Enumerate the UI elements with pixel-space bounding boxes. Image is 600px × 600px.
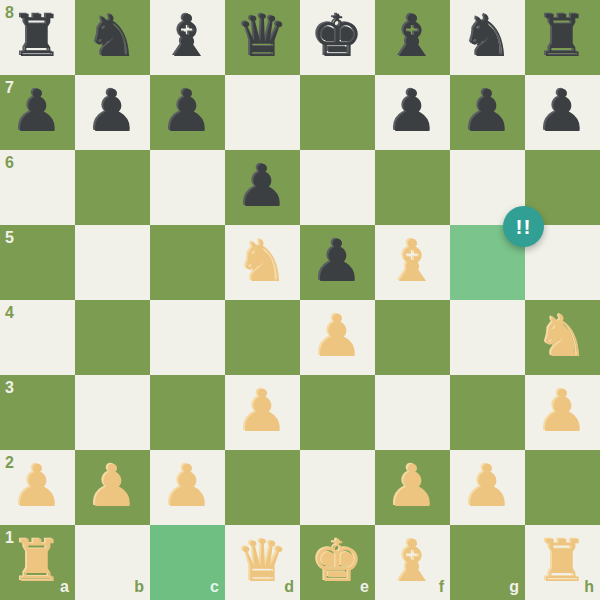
square-a6[interactable]: 6: [0, 150, 75, 225]
square-e8[interactable]: ♚: [300, 0, 375, 75]
square-c8[interactable]: ♝: [150, 0, 225, 75]
square-a5[interactable]: 5: [0, 225, 75, 300]
square-a8[interactable]: 8♜: [0, 0, 75, 75]
white-pawn-piece[interactable]: ♟: [150, 450, 225, 525]
black-king-piece[interactable]: ♚: [300, 0, 375, 75]
white-rook-piece[interactable]: ♜: [525, 525, 600, 600]
brilliant-move-badge: !!: [503, 206, 544, 247]
square-h2[interactable]: [525, 450, 600, 525]
square-g8[interactable]: ♞: [450, 0, 525, 75]
white-knight-piece[interactable]: ♞: [225, 225, 300, 300]
square-c4[interactable]: [150, 300, 225, 375]
file-label-b: b: [134, 579, 144, 595]
rank-label-6: 6: [5, 155, 14, 171]
white-queen-piece[interactable]: ♛: [225, 525, 300, 600]
white-king-piece[interactable]: ♚: [300, 525, 375, 600]
square-e5[interactable]: ♟: [300, 225, 375, 300]
square-e2[interactable]: [300, 450, 375, 525]
square-d1[interactable]: d♛: [225, 525, 300, 600]
square-d7[interactable]: [225, 75, 300, 150]
white-pawn-piece[interactable]: ♟: [525, 375, 600, 450]
white-bishop-piece[interactable]: ♝: [375, 225, 450, 300]
square-e7[interactable]: [300, 75, 375, 150]
square-g3[interactable]: [450, 375, 525, 450]
black-pawn-piece[interactable]: ♟: [450, 75, 525, 150]
black-rook-piece[interactable]: ♜: [0, 0, 75, 75]
square-d2[interactable]: [225, 450, 300, 525]
black-knight-piece[interactable]: ♞: [75, 0, 150, 75]
square-b8[interactable]: ♞: [75, 0, 150, 75]
square-d5[interactable]: ♞: [225, 225, 300, 300]
black-queen-piece[interactable]: ♛: [225, 0, 300, 75]
black-pawn-piece[interactable]: ♟: [300, 225, 375, 300]
square-a1[interactable]: 1a♜: [0, 525, 75, 600]
square-f7[interactable]: ♟: [375, 75, 450, 150]
white-pawn-piece[interactable]: ♟: [0, 450, 75, 525]
square-d6[interactable]: ♟: [225, 150, 300, 225]
square-b7[interactable]: ♟: [75, 75, 150, 150]
square-b5[interactable]: [75, 225, 150, 300]
white-pawn-piece[interactable]: ♟: [300, 300, 375, 375]
white-pawn-piece[interactable]: ♟: [450, 450, 525, 525]
file-label-c: c: [210, 579, 219, 595]
white-pawn-piece[interactable]: ♟: [225, 375, 300, 450]
square-h8[interactable]: ♜: [525, 0, 600, 75]
square-a4[interactable]: 4: [0, 300, 75, 375]
square-b3[interactable]: [75, 375, 150, 450]
black-pawn-piece[interactable]: ♟: [375, 75, 450, 150]
square-g2[interactable]: ♟: [450, 450, 525, 525]
black-knight-piece[interactable]: ♞: [450, 0, 525, 75]
square-e3[interactable]: [300, 375, 375, 450]
square-d4[interactable]: [225, 300, 300, 375]
square-h4[interactable]: ♞: [525, 300, 600, 375]
rank-label-4: 4: [5, 305, 14, 321]
square-d3[interactable]: ♟: [225, 375, 300, 450]
square-c3[interactable]: [150, 375, 225, 450]
square-f4[interactable]: [375, 300, 450, 375]
square-g5[interactable]: !!: [450, 225, 525, 300]
square-b4[interactable]: [75, 300, 150, 375]
square-c6[interactable]: [150, 150, 225, 225]
square-f3[interactable]: [375, 375, 450, 450]
black-bishop-piece[interactable]: ♝: [150, 0, 225, 75]
square-g1[interactable]: g: [450, 525, 525, 600]
square-f1[interactable]: f♝: [375, 525, 450, 600]
chess-board: 8♜♞♝♛♚♝♞♜7♟♟♟♟♟♟6♟5♞♟♝!!4♟♞3♟♟2♟♟♟♟♟1a♜b…: [0, 0, 600, 600]
square-e6[interactable]: [300, 150, 375, 225]
square-c1[interactable]: c: [150, 525, 225, 600]
square-b1[interactable]: b: [75, 525, 150, 600]
square-h1[interactable]: h♜: [525, 525, 600, 600]
rank-label-3: 3: [5, 380, 14, 396]
white-rook-piece[interactable]: ♜: [0, 525, 75, 600]
square-e4[interactable]: ♟: [300, 300, 375, 375]
square-d8[interactable]: ♛: [225, 0, 300, 75]
black-pawn-piece[interactable]: ♟: [75, 75, 150, 150]
square-c5[interactable]: [150, 225, 225, 300]
black-pawn-piece[interactable]: ♟: [0, 75, 75, 150]
square-f2[interactable]: ♟: [375, 450, 450, 525]
square-c7[interactable]: ♟: [150, 75, 225, 150]
black-rook-piece[interactable]: ♜: [525, 0, 600, 75]
white-pawn-piece[interactable]: ♟: [375, 450, 450, 525]
file-label-g: g: [509, 579, 519, 595]
square-c2[interactable]: ♟: [150, 450, 225, 525]
square-b6[interactable]: [75, 150, 150, 225]
square-g7[interactable]: ♟: [450, 75, 525, 150]
square-f8[interactable]: ♝: [375, 0, 450, 75]
square-a3[interactable]: 3: [0, 375, 75, 450]
square-g4[interactable]: [450, 300, 525, 375]
black-bishop-piece[interactable]: ♝: [375, 0, 450, 75]
black-pawn-piece[interactable]: ♟: [150, 75, 225, 150]
square-a7[interactable]: 7♟: [0, 75, 75, 150]
white-bishop-piece[interactable]: ♝: [375, 525, 450, 600]
black-pawn-piece[interactable]: ♟: [225, 150, 300, 225]
square-a2[interactable]: 2♟: [0, 450, 75, 525]
square-f6[interactable]: [375, 150, 450, 225]
square-e1[interactable]: e♚: [300, 525, 375, 600]
square-b2[interactable]: ♟: [75, 450, 150, 525]
black-pawn-piece[interactable]: ♟: [525, 75, 600, 150]
white-knight-piece[interactable]: ♞: [525, 300, 600, 375]
square-f5[interactable]: ♝: [375, 225, 450, 300]
rank-label-5: 5: [5, 230, 14, 246]
square-h7[interactable]: ♟: [525, 75, 600, 150]
square-h3[interactable]: ♟: [525, 375, 600, 450]
white-pawn-piece[interactable]: ♟: [75, 450, 150, 525]
